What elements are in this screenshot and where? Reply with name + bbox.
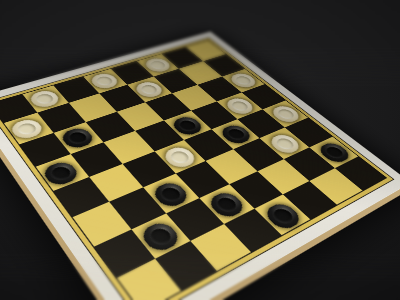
square-g5[interactable] <box>229 171 283 209</box>
piece-top <box>41 159 82 187</box>
piece-side <box>262 200 305 231</box>
black-piece[interactable] <box>262 200 305 231</box>
piece-side <box>206 190 248 221</box>
piece-side <box>206 190 248 221</box>
piece-crown-ring <box>147 226 175 247</box>
square-f4[interactable] <box>176 161 229 198</box>
piece-shadow <box>202 188 251 223</box>
square-g3[interactable] <box>166 198 223 241</box>
piece-side <box>206 190 248 221</box>
piece-side <box>150 180 192 210</box>
piece-side <box>41 159 82 187</box>
square-e2[interactable] <box>89 164 143 202</box>
piece-top <box>138 220 183 255</box>
black-piece[interactable] <box>150 180 192 210</box>
piece-top <box>262 200 305 231</box>
black-piece[interactable] <box>206 190 248 221</box>
piece-shadow <box>134 217 186 257</box>
board-scene <box>0 0 400 300</box>
piece-top <box>150 180 192 210</box>
piece-side <box>150 180 192 210</box>
piece-side <box>41 159 82 187</box>
square-g2[interactable] <box>131 213 190 259</box>
piece-top <box>58 126 96 150</box>
piece-top <box>160 145 199 171</box>
cream-piece[interactable] <box>160 145 199 171</box>
square-g4[interactable] <box>199 184 255 224</box>
black-piece[interactable] <box>58 126 96 150</box>
piece-side <box>138 220 183 255</box>
piece-side <box>262 200 305 231</box>
piece-crown-ring <box>323 145 346 160</box>
piece-crown-ring <box>148 60 168 71</box>
cream-piece[interactable] <box>8 117 46 141</box>
piece-side <box>150 180 192 210</box>
piece-top <box>206 190 248 221</box>
piece-side <box>150 180 192 210</box>
piece-crown-ring <box>15 121 38 136</box>
piece-crown-ring <box>214 196 240 215</box>
square-g6[interactable] <box>257 159 309 194</box>
piece-side <box>262 200 305 231</box>
piece-side <box>41 159 82 187</box>
piece-crown-ring <box>275 108 296 121</box>
piece-side <box>206 190 248 221</box>
square-h1[interactable] <box>117 258 181 300</box>
piece-shadow <box>147 177 195 211</box>
piece-side <box>138 220 183 255</box>
square-f3[interactable] <box>144 174 199 213</box>
piece-side <box>138 220 183 255</box>
square-d3[interactable] <box>104 131 155 164</box>
square-e4[interactable] <box>155 140 206 174</box>
piece-side <box>262 200 305 231</box>
square-d2[interactable] <box>71 142 123 177</box>
piece-crown-ring <box>168 150 192 166</box>
piece-crown-ring <box>158 185 184 203</box>
piece-crown-ring <box>34 93 56 106</box>
piece-crown-ring <box>270 206 296 225</box>
piece-side <box>262 200 305 231</box>
piece-side <box>41 159 82 187</box>
black-piece[interactable] <box>138 220 183 255</box>
piece-side <box>138 220 183 255</box>
square-e3[interactable] <box>123 151 176 187</box>
square-f5[interactable] <box>206 149 258 184</box>
piece-crown-ring <box>66 131 89 146</box>
piece-side <box>150 180 192 210</box>
piece-side <box>138 220 183 255</box>
piece-crown-ring <box>94 75 115 87</box>
piece-side <box>206 190 248 221</box>
piece-side <box>41 159 82 187</box>
piece-crown-ring <box>274 136 297 151</box>
square-f2[interactable] <box>110 187 167 229</box>
piece-crown-ring <box>225 127 248 141</box>
black-piece[interactable] <box>41 159 82 187</box>
piece-crown-ring <box>139 83 160 95</box>
piece-top <box>8 117 46 141</box>
piece-crown-ring <box>233 75 253 86</box>
photo-stage <box>0 0 400 300</box>
piece-crown-ring <box>229 100 250 112</box>
piece-crown-ring <box>176 119 198 133</box>
piece-crown-ring <box>48 164 73 181</box>
checkers-board <box>0 40 387 300</box>
